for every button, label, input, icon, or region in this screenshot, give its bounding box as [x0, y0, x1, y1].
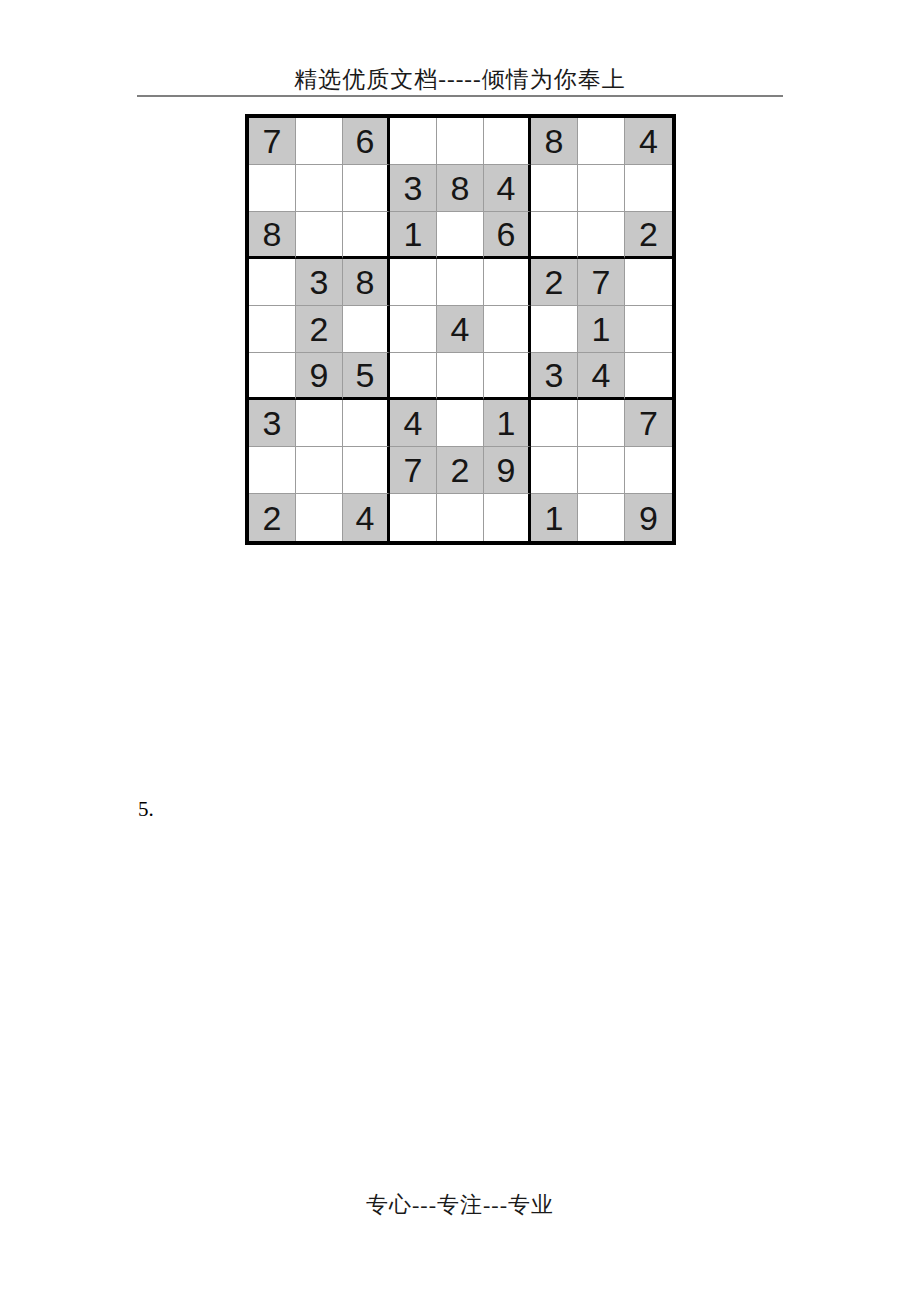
sudoku-cell-r7c7: [531, 400, 578, 447]
sudoku-cell-r1c7: 8: [531, 118, 578, 165]
header-divider: [137, 95, 783, 97]
sudoku-cell-r9c2: [296, 494, 343, 541]
sudoku-cell-r3c8: [578, 212, 625, 259]
sudoku-cell-r1c9: 4: [625, 118, 672, 165]
sudoku-cell-r6c1: [249, 353, 296, 400]
sudoku-cell-r2c2: [296, 165, 343, 212]
sudoku-cell-r5c5: 4: [437, 306, 484, 353]
sudoku-cell-r9c9: 9: [625, 494, 672, 541]
sudoku-cell-r9c4: [390, 494, 437, 541]
sudoku-cell-r6c8: 4: [578, 353, 625, 400]
sudoku-cell-r9c6: [484, 494, 531, 541]
sudoku-cell-r5c2: 2: [296, 306, 343, 353]
sudoku-cell-r6c3: 5: [343, 353, 390, 400]
sudoku-grid: 768438481623827241953434177292419: [245, 114, 676, 545]
sudoku-cell-r1c8: [578, 118, 625, 165]
sudoku-cell-r5c8: 1: [578, 306, 625, 353]
sudoku-cell-r6c4: [390, 353, 437, 400]
sudoku-cell-r5c4: [390, 306, 437, 353]
sudoku-cell-r9c1: 2: [249, 494, 296, 541]
sudoku-cell-r3c4: 1: [390, 212, 437, 259]
sudoku-cell-r7c2: [296, 400, 343, 447]
sudoku-cell-r8c4: 7: [390, 447, 437, 494]
sudoku-cell-r6c2: 9: [296, 353, 343, 400]
sudoku-cell-r8c7: [531, 447, 578, 494]
sudoku-cell-r3c3: [343, 212, 390, 259]
sudoku-cell-r2c3: [343, 165, 390, 212]
document-page: 精选优质文档-----倾情为你奉上 7684384816238272419534…: [0, 0, 920, 1302]
sudoku-cell-r7c5: [437, 400, 484, 447]
sudoku-cell-r6c7: 3: [531, 353, 578, 400]
sudoku-cell-r3c5: [437, 212, 484, 259]
sudoku-cell-r3c1: 8: [249, 212, 296, 259]
sudoku-cell-r7c1: 3: [249, 400, 296, 447]
sudoku-cell-r8c3: [343, 447, 390, 494]
sudoku-cell-r2c4: 3: [390, 165, 437, 212]
sudoku-cell-r4c7: 2: [531, 259, 578, 306]
sudoku-cell-r1c3: 6: [343, 118, 390, 165]
sudoku-cell-r1c1: 7: [249, 118, 296, 165]
sudoku-cell-r1c4: [390, 118, 437, 165]
sudoku-cell-r2c8: [578, 165, 625, 212]
sudoku-cell-r8c1: [249, 447, 296, 494]
sudoku-cell-r5c1: [249, 306, 296, 353]
sudoku-cell-r5c7: [531, 306, 578, 353]
sudoku-cell-r4c8: 7: [578, 259, 625, 306]
sudoku-cell-r4c4: [390, 259, 437, 306]
sudoku-cell-r4c1: [249, 259, 296, 306]
sudoku-cell-r8c6: 9: [484, 447, 531, 494]
sudoku-cell-r3c9: 2: [625, 212, 672, 259]
sudoku-cell-r7c8: [578, 400, 625, 447]
sudoku-cell-r9c3: 4: [343, 494, 390, 541]
sudoku-cell-r1c5: [437, 118, 484, 165]
sudoku-cell-r1c2: [296, 118, 343, 165]
sudoku-cell-r2c9: [625, 165, 672, 212]
sudoku-cell-r3c7: [531, 212, 578, 259]
sudoku-cell-r7c6: 1: [484, 400, 531, 447]
sudoku-cell-r2c1: [249, 165, 296, 212]
sudoku-cell-r2c7: [531, 165, 578, 212]
sudoku-cell-r7c3: [343, 400, 390, 447]
sudoku-cell-r4c3: 8: [343, 259, 390, 306]
sudoku-cell-r3c6: 6: [484, 212, 531, 259]
page-header-title: 精选优质文档-----倾情为你奉上: [0, 64, 920, 95]
sudoku-cell-r9c7: 1: [531, 494, 578, 541]
sudoku-cell-r2c6: 4: [484, 165, 531, 212]
sudoku-cell-r2c5: 8: [437, 165, 484, 212]
sudoku-cell-r4c5: [437, 259, 484, 306]
page-footer-text: 专心---专注---专业: [0, 1190, 920, 1220]
sudoku-cell-r5c6: [484, 306, 531, 353]
sudoku-cell-r8c8: [578, 447, 625, 494]
sudoku-cell-r6c6: [484, 353, 531, 400]
sudoku-cell-r8c2: [296, 447, 343, 494]
sudoku-cell-r5c9: [625, 306, 672, 353]
sudoku-cell-r3c2: [296, 212, 343, 259]
sudoku-cell-r6c5: [437, 353, 484, 400]
sudoku-cell-r5c3: [343, 306, 390, 353]
sudoku-cell-r6c9: [625, 353, 672, 400]
sudoku-cell-r7c9: 7: [625, 400, 672, 447]
sudoku-cell-r1c6: [484, 118, 531, 165]
sudoku-cell-r9c8: [578, 494, 625, 541]
sudoku-cell-r4c9: [625, 259, 672, 306]
sudoku-cell-r4c2: 3: [296, 259, 343, 306]
sudoku-cell-r4c6: [484, 259, 531, 306]
sudoku-cell-r8c5: 2: [437, 447, 484, 494]
section-number-label: 5.: [138, 797, 154, 822]
sudoku-cell-r9c5: [437, 494, 484, 541]
sudoku-cell-r8c9: [625, 447, 672, 494]
sudoku-cell-r7c4: 4: [390, 400, 437, 447]
